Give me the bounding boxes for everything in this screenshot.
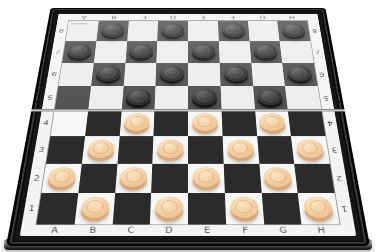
white-checker-h1[interactable] — [303, 196, 334, 217]
square-d5[interactable] — [155, 86, 188, 110]
square-b2[interactable] — [78, 164, 117, 193]
coordinate-label: E — [188, 224, 226, 235]
coordinate-label: F — [226, 224, 265, 235]
white-checker-e4[interactable] — [192, 113, 218, 130]
square-b3[interactable] — [82, 136, 120, 164]
square-g7[interactable] — [249, 41, 282, 63]
black-checker-b8[interactable] — [101, 23, 125, 37]
board-grid — [36, 21, 339, 225]
square-e7[interactable] — [188, 41, 219, 63]
square-h8[interactable] — [277, 21, 310, 42]
white-checker-g2[interactable] — [264, 167, 293, 187]
square-c1[interactable] — [112, 193, 151, 224]
square-e1[interactable] — [188, 193, 226, 224]
square-d2[interactable] — [151, 164, 188, 193]
square-c5[interactable] — [121, 86, 155, 110]
black-checker-f6[interactable] — [224, 65, 249, 80]
square-c6[interactable] — [123, 63, 156, 86]
square-f2[interactable] — [223, 164, 261, 193]
square-c2[interactable] — [115, 164, 153, 193]
square-h2[interactable] — [294, 164, 334, 193]
square-f8[interactable] — [218, 21, 249, 42]
white-checker-b3[interactable] — [87, 139, 115, 157]
square-c7[interactable] — [125, 41, 157, 63]
square-g5[interactable] — [253, 86, 288, 110]
square-f6[interactable] — [219, 63, 252, 86]
corner-print — [71, 23, 88, 24]
black-checker-g7[interactable] — [253, 44, 278, 59]
black-checker-f8[interactable] — [222, 23, 245, 37]
square-e2[interactable] — [188, 164, 225, 193]
square-f3[interactable] — [222, 136, 259, 164]
square-h5[interactable] — [285, 86, 321, 110]
square-d7[interactable] — [157, 41, 188, 63]
coordinate-label: 4 — [321, 110, 338, 136]
white-checker-a2[interactable] — [47, 167, 77, 187]
square-d6[interactable] — [156, 63, 188, 86]
coordinate-label: D — [158, 14, 188, 21]
coordinate-label: 7 — [310, 41, 326, 63]
square-g8[interactable] — [248, 21, 280, 42]
square-g3[interactable] — [257, 136, 295, 164]
square-a7[interactable] — [62, 41, 96, 63]
square-a1[interactable] — [36, 193, 78, 224]
file-labels-far: ABCDEFGH — [69, 14, 307, 21]
square-e6[interactable] — [188, 63, 220, 86]
coordinate-label: A — [69, 14, 100, 21]
white-checker-d1[interactable] — [155, 196, 183, 217]
square-h6[interactable] — [282, 63, 317, 86]
square-b6[interactable] — [91, 63, 125, 86]
square-h7[interactable] — [280, 41, 314, 63]
square-a2[interactable] — [41, 164, 81, 193]
white-checker-f3[interactable] — [227, 139, 254, 157]
square-d8[interactable] — [157, 21, 188, 42]
black-checker-c5[interactable] — [126, 88, 152, 104]
white-checker-g4[interactable] — [259, 113, 286, 130]
square-d1[interactable] — [150, 193, 188, 224]
coordinate-label: H — [302, 224, 342, 235]
black-checker-c7[interactable] — [129, 44, 153, 59]
square-g2[interactable] — [259, 164, 298, 193]
white-checker-e2[interactable] — [192, 167, 219, 187]
square-f4[interactable] — [221, 110, 256, 136]
black-checker-a7[interactable] — [67, 44, 92, 59]
square-a6[interactable] — [58, 63, 93, 86]
square-d3[interactable] — [153, 136, 188, 164]
square-b4[interactable] — [85, 110, 121, 136]
fold-hinge-seam — [31, 109, 345, 111]
checkers-board: ABCDEFGH ABCDEFGH 87654321 87654321 — [6, 8, 370, 246]
white-checker-h3[interactable] — [296, 139, 325, 157]
square-h4[interactable] — [288, 110, 325, 136]
square-h1[interactable] — [298, 193, 340, 224]
square-a3[interactable] — [46, 136, 85, 164]
square-f1[interactable] — [225, 193, 264, 224]
white-checker-b1[interactable] — [80, 196, 110, 217]
square-b8[interactable] — [96, 21, 128, 42]
black-checker-e7[interactable] — [192, 44, 215, 59]
square-b1[interactable] — [74, 193, 114, 224]
square-c4[interactable] — [119, 110, 154, 136]
coordinate-label: G — [247, 14, 277, 21]
black-checker-e5[interactable] — [192, 88, 217, 104]
coordinate-label: 8 — [307, 21, 322, 42]
coordinate-label: C — [128, 14, 158, 21]
square-e5[interactable] — [188, 86, 221, 110]
black-checker-h6[interactable] — [287, 65, 313, 80]
coordinate-label: C — [111, 224, 150, 235]
square-b5[interactable] — [88, 86, 123, 110]
coordinate-label: H — [277, 14, 308, 21]
square-a5[interactable] — [55, 86, 91, 110]
black-checker-d8[interactable] — [161, 23, 184, 37]
white-checker-c2[interactable] — [120, 167, 148, 187]
file-labels-near: ABCDEFGH — [35, 224, 342, 235]
product-photo: ABCDEFGH ABCDEFGH 87654321 87654321 — [0, 0, 376, 252]
black-checker-g5[interactable] — [257, 88, 283, 104]
white-checker-c4[interactable] — [124, 113, 150, 130]
square-f5[interactable] — [220, 86, 254, 110]
square-a4[interactable] — [50, 110, 87, 136]
black-checker-d6[interactable] — [160, 65, 184, 80]
square-e3[interactable] — [188, 136, 223, 164]
square-e8[interactable] — [188, 21, 219, 42]
square-g4[interactable] — [255, 110, 291, 136]
square-a8[interactable] — [66, 21, 99, 42]
black-checker-b6[interactable] — [96, 65, 121, 80]
square-g6[interactable] — [251, 63, 285, 86]
square-d4[interactable] — [154, 110, 188, 136]
square-c3[interactable] — [117, 136, 154, 164]
coordinate-label: E — [188, 14, 218, 21]
coordinate-label: 5 — [318, 86, 335, 110]
square-g1[interactable] — [261, 193, 301, 224]
coordinate-label: G — [264, 224, 303, 235]
white-checker-d3[interactable] — [157, 139, 183, 157]
square-e4[interactable] — [188, 110, 222, 136]
square-b7[interactable] — [94, 41, 127, 63]
black-checker-h8[interactable] — [281, 23, 305, 37]
square-h3[interactable] — [291, 136, 330, 164]
coordinate-label: A — [35, 224, 75, 235]
white-checker-f1[interactable] — [229, 196, 258, 217]
coordinate-label: D — [150, 224, 188, 235]
board-field: ABCDEFGH ABCDEFGH 87654321 87654321 — [20, 14, 356, 236]
coordinate-label: 6 — [314, 63, 330, 86]
square-c8[interactable] — [127, 21, 158, 42]
coordinate-label: B — [73, 224, 112, 235]
square-f7[interactable] — [219, 41, 251, 63]
coordinate-label: F — [218, 14, 248, 21]
coordinate-label: B — [99, 14, 129, 21]
